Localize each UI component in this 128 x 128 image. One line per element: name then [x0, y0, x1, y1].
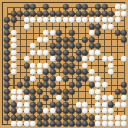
white-stone — [121, 4, 127, 10]
screenshot-root — [0, 0, 128, 128]
black-stone — [62, 121, 68, 127]
black-stone — [88, 121, 94, 127]
white-stone — [114, 121, 120, 127]
white-stone — [17, 121, 23, 127]
black-stone — [49, 121, 55, 127]
black-stone — [82, 121, 88, 127]
black-stone — [36, 121, 42, 127]
white-stone — [121, 56, 127, 62]
black-stone — [121, 82, 127, 88]
go-board[interactable] — [0, 0, 128, 128]
hoshi-point — [65, 26, 67, 28]
white-stone — [121, 121, 127, 127]
white-stone — [121, 10, 127, 16]
black-stone — [75, 121, 81, 127]
black-stone — [121, 30, 127, 36]
black-stone — [121, 36, 127, 42]
black-stone — [121, 88, 127, 94]
white-stone — [121, 101, 127, 107]
black-stone — [43, 121, 49, 127]
white-stone — [108, 121, 114, 127]
black-stone — [69, 121, 75, 127]
white-stone — [101, 121, 107, 127]
black-stone — [56, 121, 62, 127]
hoshi-point — [104, 65, 106, 67]
white-stone — [10, 121, 16, 127]
white-stone — [23, 121, 29, 127]
white-stone — [121, 114, 127, 120]
white-stone — [30, 121, 36, 127]
white-stone — [121, 95, 127, 101]
white-stone — [95, 121, 101, 127]
